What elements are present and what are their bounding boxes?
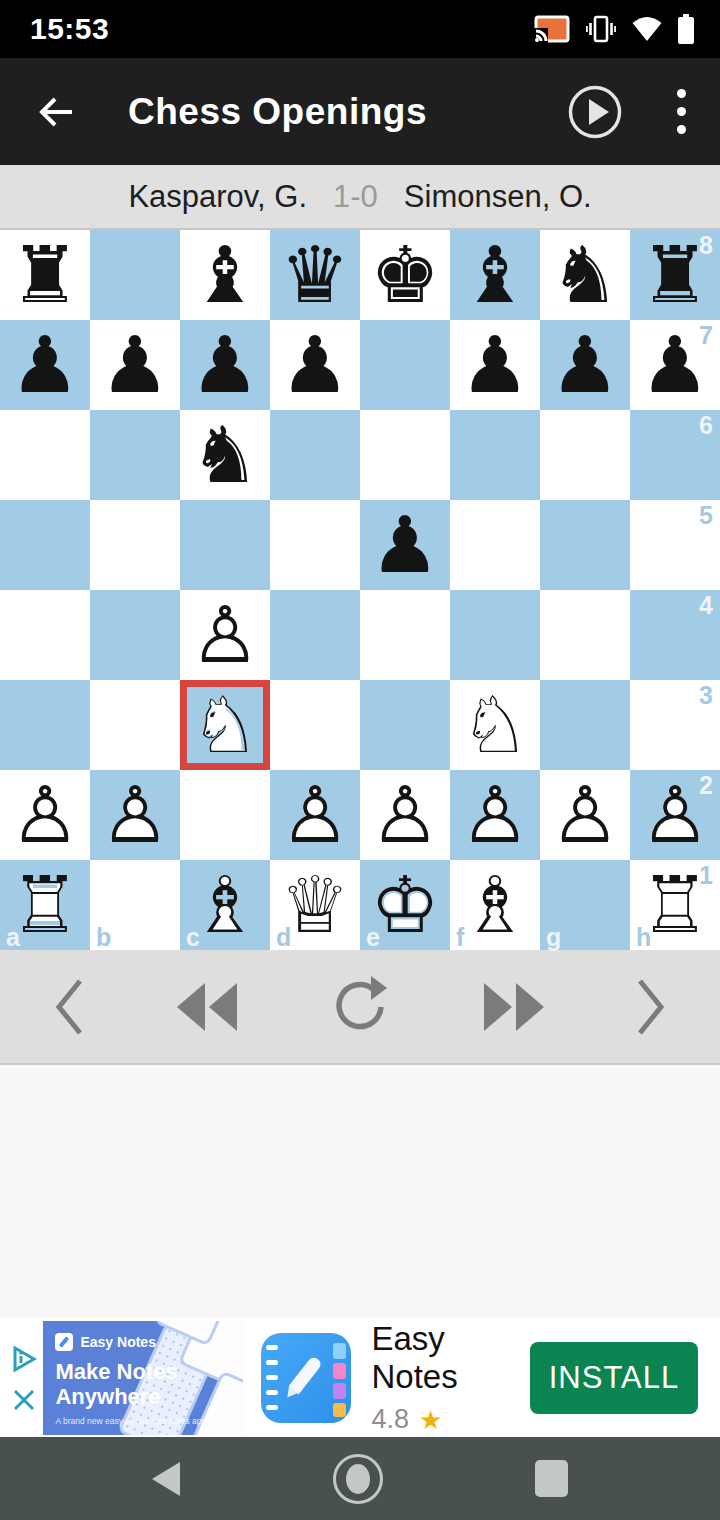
square-h2[interactable]: ♟♙2 xyxy=(630,770,720,860)
status-bar: 15:53 xyxy=(0,0,720,58)
square-d6[interactable] xyxy=(270,410,360,500)
file-label-g: g xyxy=(546,923,561,952)
square-b1[interactable]: b xyxy=(90,860,180,950)
overflow-menu-icon[interactable] xyxy=(673,85,690,138)
square-b2[interactable]: ♟♙ xyxy=(90,770,180,860)
ad-close-icon[interactable] xyxy=(13,1389,35,1411)
battery-icon xyxy=(678,14,694,44)
square-f6[interactable] xyxy=(450,410,540,500)
white-piece-b2: ♟♙ xyxy=(90,770,180,860)
square-a2[interactable]: ♟♙ xyxy=(0,770,90,860)
black-piece-h8: ♜ xyxy=(630,230,720,320)
square-c8[interactable]: ♝ xyxy=(180,230,270,320)
status-icons xyxy=(534,14,694,44)
square-f8[interactable]: ♝ xyxy=(450,230,540,320)
black-piece-f8: ♝ xyxy=(450,230,540,320)
page-title: Chess Openings xyxy=(128,91,427,133)
vibrate-icon xyxy=(586,14,616,44)
black-piece-a7: ♟ xyxy=(0,320,90,410)
square-e5[interactable]: ♟ xyxy=(360,500,450,590)
cast-icon xyxy=(534,15,570,43)
square-c6[interactable]: ♞ xyxy=(180,410,270,500)
back-arrow-icon[interactable] xyxy=(36,94,76,130)
square-d8[interactable]: ♛ xyxy=(270,230,360,320)
app-screen: 15:53 xyxy=(0,0,720,1520)
android-back-icon[interactable] xyxy=(152,1462,180,1496)
square-a1[interactable]: ♜♖a xyxy=(0,860,90,950)
square-d1[interactable]: ♛♕d xyxy=(270,860,360,950)
square-b4[interactable] xyxy=(90,590,180,680)
white-piece-d2: ♟♙ xyxy=(270,770,360,860)
ad-subtext: A brand new easy-to-use free notes app xyxy=(55,1416,206,1426)
square-h1[interactable]: ♜♖1h xyxy=(630,860,720,950)
forward-to-end-button[interactable] xyxy=(478,981,548,1033)
black-piece-c7: ♟ xyxy=(180,320,270,410)
square-c1[interactable]: ♝♗c xyxy=(180,860,270,950)
square-g8[interactable]: ♞ xyxy=(540,230,630,320)
white-piece-a2: ♟♙ xyxy=(0,770,90,860)
android-nav-bar xyxy=(0,1437,720,1520)
black-piece-f7: ♟ xyxy=(450,320,540,410)
rewind-to-start-button[interactable] xyxy=(173,981,243,1033)
square-c5[interactable] xyxy=(180,500,270,590)
square-c4[interactable]: ♟♙ xyxy=(180,590,270,680)
square-a3[interactable] xyxy=(0,680,90,770)
square-g2[interactable]: ♟♙ xyxy=(540,770,630,860)
black-player-name: Simonsen, O. xyxy=(404,179,592,215)
square-d4[interactable] xyxy=(270,590,360,680)
black-piece-e5: ♟ xyxy=(360,500,450,590)
square-g1[interactable]: g xyxy=(540,860,630,950)
square-e8[interactable]: ♚ xyxy=(360,230,450,320)
square-g4[interactable] xyxy=(540,590,630,680)
square-a8[interactable]: ♜ xyxy=(0,230,90,320)
game-header: Kasparov, G. 1-0 Simonsen, O. xyxy=(0,165,720,230)
square-e4[interactable] xyxy=(360,590,450,680)
black-piece-c6: ♞ xyxy=(180,410,270,500)
android-home-icon[interactable] xyxy=(333,1454,383,1504)
white-piece-g2: ♟♙ xyxy=(540,770,630,860)
square-h3[interactable]: 3 xyxy=(630,680,720,770)
white-piece-h2: ♟♙ xyxy=(630,770,720,860)
previous-move-button[interactable] xyxy=(52,976,86,1038)
square-c3[interactable]: ♞♘ xyxy=(180,680,270,770)
black-piece-e8: ♚ xyxy=(360,230,450,320)
square-f5[interactable] xyxy=(450,500,540,590)
rank-label-5: 5 xyxy=(699,501,713,530)
square-b6[interactable] xyxy=(90,410,180,500)
square-f4[interactable] xyxy=(450,590,540,680)
square-a5[interactable] xyxy=(0,500,90,590)
play-button[interactable] xyxy=(567,84,623,140)
square-g7[interactable]: ♟ xyxy=(540,320,630,410)
square-d2[interactable]: ♟♙ xyxy=(270,770,360,860)
square-a6[interactable] xyxy=(0,410,90,500)
next-move-button[interactable] xyxy=(634,976,668,1038)
ad-brand-label: Easy Notes xyxy=(80,1334,155,1350)
black-piece-c8: ♝ xyxy=(180,230,270,320)
install-button[interactable]: INSTALL xyxy=(530,1342,698,1414)
adchoices-icon[interactable] xyxy=(10,1345,38,1373)
square-d7[interactable]: ♟ xyxy=(270,320,360,410)
square-f2[interactable]: ♟♙ xyxy=(450,770,540,860)
square-b5[interactable] xyxy=(90,500,180,590)
app-bar: Chess Openings xyxy=(0,58,720,165)
square-b7[interactable]: ♟ xyxy=(90,320,180,410)
square-a7[interactable]: ♟ xyxy=(0,320,90,410)
square-h4[interactable]: 4 xyxy=(630,590,720,680)
black-piece-h7: ♟ xyxy=(630,320,720,410)
reload-button[interactable] xyxy=(329,976,391,1038)
ad-app-icon[interactable] xyxy=(261,1333,351,1423)
black-piece-g8: ♞ xyxy=(540,230,630,320)
clock: 15:53 xyxy=(30,12,109,46)
white-piece-c3: ♞♘ xyxy=(180,680,270,770)
white-piece-f2: ♟♙ xyxy=(450,770,540,860)
square-e2[interactable]: ♟♙ xyxy=(360,770,450,860)
moves-list-area[interactable] xyxy=(0,1065,720,1318)
black-piece-a8: ♜ xyxy=(0,230,90,320)
white-piece-h1: ♜♖ xyxy=(630,860,720,950)
ad-mini-logo xyxy=(55,1333,73,1351)
rank-label-4: 4 xyxy=(699,591,713,620)
square-h5[interactable]: 5 xyxy=(630,500,720,590)
square-a4[interactable] xyxy=(0,590,90,680)
black-piece-b7: ♟ xyxy=(90,320,180,410)
square-g6[interactable] xyxy=(540,410,630,500)
white-piece-e1: ♚♔ xyxy=(360,860,450,950)
ad-headline: Make Notes Anywhere xyxy=(55,1359,195,1410)
rank-label-3: 3 xyxy=(699,681,713,710)
square-b3[interactable] xyxy=(90,680,180,770)
square-d5[interactable] xyxy=(270,500,360,590)
move-controls xyxy=(0,950,720,1065)
white-piece-e2: ♟♙ xyxy=(360,770,450,860)
white-piece-c4: ♟♙ xyxy=(180,590,270,680)
file-label-b: b xyxy=(96,923,111,952)
black-piece-d8: ♛ xyxy=(270,230,360,320)
square-b8[interactable] xyxy=(90,230,180,320)
square-e1[interactable]: ♚♔e xyxy=(360,860,450,950)
white-piece-a1: ♜♖ xyxy=(0,860,90,950)
square-e6[interactable] xyxy=(360,410,450,500)
black-piece-d7: ♟ xyxy=(270,320,360,410)
square-g5[interactable] xyxy=(540,500,630,590)
square-f7[interactable]: ♟ xyxy=(450,320,540,410)
square-f1[interactable]: ♝♗f xyxy=(450,860,540,950)
square-h7[interactable]: ♟7 xyxy=(630,320,720,410)
square-e3[interactable] xyxy=(360,680,450,770)
black-piece-g7: ♟ xyxy=(540,320,630,410)
white-piece-f3: ♞♘ xyxy=(450,680,540,770)
square-f3[interactable]: ♞♘ xyxy=(450,680,540,770)
android-recents-icon[interactable] xyxy=(535,1460,568,1497)
ad-banner: Easy Notes Make Notes Anywhere A brand n… xyxy=(0,1318,720,1437)
square-e7[interactable] xyxy=(360,320,450,410)
wifi-icon xyxy=(632,16,662,42)
rank-label-6: 6 xyxy=(699,411,713,440)
white-player-name: Kasparov, G. xyxy=(128,179,307,215)
ad-rating: 4.8 xyxy=(371,1404,409,1435)
square-h8[interactable]: ♜8 xyxy=(630,230,720,320)
square-c2[interactable] xyxy=(180,770,270,860)
game-result: 1-0 xyxy=(333,179,378,215)
square-d3[interactable] xyxy=(270,680,360,770)
white-piece-c1: ♝♗ xyxy=(180,860,270,950)
white-piece-f1: ♝♗ xyxy=(450,860,540,950)
chess-board: ♜♝♛♚♝♞♜8♟♟♟♟♟♟♟7♞6♟5♟♙4♞♘♞♘3♟♙♟♙♟♙♟♙♟♙♟♙… xyxy=(0,230,720,950)
ad-app-title: Easy Notes xyxy=(371,1320,530,1396)
square-h6[interactable]: 6 xyxy=(630,410,720,500)
square-g3[interactable] xyxy=(540,680,630,770)
ad-creative-image[interactable]: Easy Notes Make Notes Anywhere A brand n… xyxy=(43,1321,243,1435)
star-icon: ★ xyxy=(419,1405,442,1435)
square-c7[interactable]: ♟ xyxy=(180,320,270,410)
white-piece-d1: ♛♕ xyxy=(270,860,360,950)
